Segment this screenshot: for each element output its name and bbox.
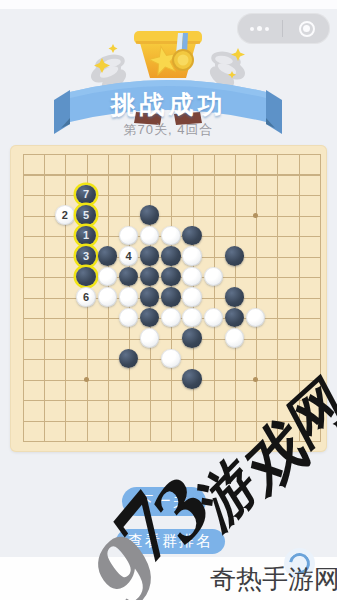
- group-ranking-button[interactable]: 查看群排名: [116, 529, 225, 554]
- stone-black: [140, 287, 160, 307]
- stone-black: [225, 308, 245, 328]
- level-round-subtitle: 第70关, 4回合: [0, 121, 337, 139]
- stone-black: [140, 267, 160, 287]
- stone-black: [140, 205, 160, 225]
- stone-black: [140, 246, 160, 266]
- more-dot-icon: [265, 27, 269, 31]
- stone-black: [76, 267, 96, 287]
- stone-white: 6: [76, 287, 96, 307]
- stone-white: [204, 308, 224, 328]
- stone-white: [182, 246, 202, 266]
- stone-white: 4: [119, 246, 139, 266]
- stone-black: [161, 267, 181, 287]
- stone-black: [119, 349, 139, 369]
- stone-white: [161, 226, 181, 246]
- stone-black: [98, 246, 118, 266]
- star-point: [84, 377, 89, 382]
- exit-button[interactable]: [283, 21, 330, 37]
- board-stones-layer: 7251346: [10, 145, 327, 452]
- stone-black: [225, 287, 245, 307]
- stone-white: [246, 308, 266, 328]
- stone-black: [161, 246, 181, 266]
- site-name: 奇热手游网: [210, 562, 337, 597]
- stone-white: [119, 287, 139, 307]
- stone-white: [140, 328, 160, 348]
- stone-white: [98, 267, 118, 287]
- stone-black: [182, 226, 202, 246]
- stone-black: 5: [76, 205, 96, 225]
- stone-black: [182, 328, 202, 348]
- stone-white: [182, 308, 202, 328]
- status-bar: [0, 0, 337, 9]
- stone-black: 7: [76, 185, 96, 205]
- stone-white: [98, 287, 118, 307]
- stone-black: [161, 287, 181, 307]
- stone-white: [119, 308, 139, 328]
- app-screen: 挑战成功 第70关, 4回合 7251346 下一关 查看群排名 奇热手游网 9…: [0, 0, 337, 600]
- stone-white: [161, 349, 181, 369]
- stone-white: [182, 287, 202, 307]
- star-point: [253, 213, 258, 218]
- stone-white: [182, 267, 202, 287]
- stone-black: [182, 369, 202, 389]
- exit-circle-icon: [299, 21, 315, 37]
- next-level-button[interactable]: 下一关: [122, 487, 206, 516]
- more-dot-icon: [250, 27, 254, 31]
- stone-black: 3: [76, 246, 96, 266]
- stone-white: [140, 226, 160, 246]
- stone-black: [119, 267, 139, 287]
- stone-white: [161, 308, 181, 328]
- stone-white: [225, 328, 245, 348]
- stone-black: 1: [76, 226, 96, 246]
- more-dot-icon: [257, 26, 262, 31]
- more-menu-button[interactable]: [237, 26, 282, 31]
- gomoku-board: 7251346: [10, 145, 327, 452]
- wechat-capsule: [237, 13, 330, 44]
- stone-black: [140, 308, 160, 328]
- stone-white: [119, 226, 139, 246]
- star-point: [253, 377, 258, 382]
- stone-white: 2: [55, 205, 75, 225]
- result-banner-title: 挑战成功: [0, 88, 337, 121]
- stone-black: [225, 246, 245, 266]
- stone-white: [204, 267, 224, 287]
